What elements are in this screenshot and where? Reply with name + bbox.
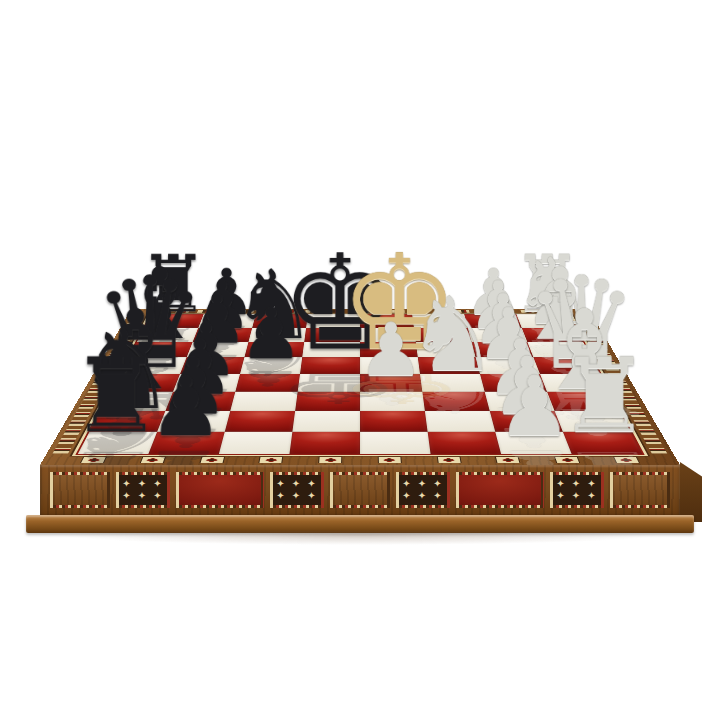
front-panel-wood [330,472,390,508]
front-panel-star-fill: ✦ ✦ ✦ ✦ ✦ ✦ [119,475,167,505]
inlay-medallion [437,457,460,463]
front-panel-star: ✦ ✦ ✦ ✦ ✦ ✦ [116,472,170,508]
front-panel-star: ✦ ✦ ✦ ✦ ✦ ✦ [550,472,604,508]
pieces-layer: ♜♜♟♟♟♟♜♜♟♟♟♟♞♞♝♝♟♟♞♞♟♟♝♝♟♟♚♚♚♚♟♟♛♛♟♟♟♟♞♞… [78,314,643,454]
front-panel-star-fill: ✦ ✦ ✦ ✦ ✦ ✦ [273,475,321,505]
front-inlay-panels: ✦ ✦ ✦ ✦ ✦ ✦✦ ✦ ✦ ✦ ✦ ✦✦ ✦ ✦ ✦ ✦ ✦✦ ✦ ✦ ✦… [50,472,670,508]
front-panel-wood [610,472,670,508]
front-panel-wood [50,472,110,508]
pawn-glyph: ♟ [128,364,244,447]
ground-shadow [60,531,660,545]
box-front-face: ✦ ✦ ✦ ✦ ✦ ✦✦ ✦ ✦ ✦ ✦ ✦✦ ✦ ✦ ✦ ✦ ✦✦ ✦ ✦ ✦… [40,465,680,519]
inlay-medallion [319,457,341,463]
inlay-medallion [379,457,401,463]
front-panel-red-fill [459,475,541,505]
chess-board-top: ♜♜♟♟♟♟♜♜♟♟♟♟♞♞♝♝♟♟♞♞♟♟♝♝♟♟♚♚♚♚♟♟♛♛♟♟♟♟♞♞… [40,309,680,465]
inlay-medallion [260,457,283,463]
front-panel-star-fill: ✦ ✦ ✦ ✦ ✦ ✦ [553,475,601,505]
chess-set-product-photo: ♜♜♟♟♟♟♜♜♟♟♟♟♞♞♝♝♟♟♞♞♟♟♝♝♟♟♚♚♚♚♟♟♛♛♟♟♟♟♞♞… [0,0,720,720]
piece-black-pawn-a7[interactable]: ♟ [128,364,244,447]
rook-glyph: ♜ [546,345,662,448]
front-panel-wood-fill [333,475,387,505]
front-panel-star: ✦ ✦ ✦ ✦ ✦ ✦ [270,472,324,508]
front-panel-wood-fill [613,475,667,505]
piece-white-rook-a1[interactable]: ♜ [546,345,662,448]
front-panel-red-fill [179,475,261,505]
front-panel-star: ✦ ✦ ✦ ✦ ✦ ✦ [396,472,450,508]
box-right-side-face [680,462,702,522]
front-panel-red [456,472,544,508]
front-panel-star-fill: ✦ ✦ ✦ ✦ ✦ ✦ [399,475,447,505]
front-panel-wood-fill [53,475,107,505]
front-panel-red [176,472,264,508]
